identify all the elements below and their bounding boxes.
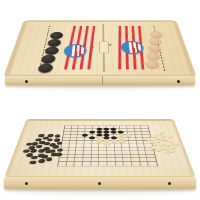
black-puck [41,55,57,64]
white-pile-stone [151,135,157,138]
screw-dot [177,80,180,83]
screw-dot [98,182,101,185]
black-pile-stone [46,158,53,162]
white-pile-stone [145,138,151,141]
black-pile-stone [38,159,45,163]
go-board-surface: ●●●●●●●●●●●●●●●●●●●●●●● [4,119,196,178]
white-pile-stone [155,139,161,142]
go-board: ●●●●●●●●●●●●●●●●●●●●●●● [4,119,196,178]
black-pile-stone [29,161,36,165]
grid-cell [107,162,115,166]
wood-puck [148,38,162,45]
product-photo: ●●●●●●●●●●●●●●●●●●●●●●● [0,0,200,200]
black-go-stone: ● [110,130,117,134]
go-grid: ●●●●●●●●●●●●●●●●●●●●●●● [57,126,158,167]
white-pile-stone [173,142,179,145]
wood-puck [145,60,160,68]
wood-puck [150,31,163,38]
black-pile-stone [55,134,61,137]
center-gate-slot [99,42,109,54]
grid-cell [99,162,107,166]
red-stripe [87,26,95,70]
white-pile-stone [151,146,157,149]
black-pile-stone [48,134,54,137]
go-front-rail [4,177,196,189]
black-pile-stone [31,142,38,145]
wood-puck [147,45,161,52]
black-pile-stone [38,149,45,152]
black-puck [44,47,59,55]
black-go-stone: ● [89,130,96,134]
wood-puck [146,52,161,60]
grid-cell [148,162,157,166]
black-go-stone: ● [89,136,96,140]
white-go-stone: ● [125,133,132,137]
white-pile-stone [167,135,173,138]
black-pile-stone [55,153,62,156]
screw-dot [25,80,28,83]
grid-cell [91,162,99,166]
white-go-stone: ● [96,139,103,143]
white-pile-stone [158,143,164,146]
white-go-stone: ● [103,142,110,146]
elastic-anchor-dot [109,44,112,46]
screw-dot [25,182,28,185]
white-pile-stone [149,140,155,143]
sling-puck-board [3,20,197,78]
black-pile-stone [23,149,30,152]
sling-puck-surface [3,20,197,78]
white-pile-stone [170,145,176,148]
white-pile-stone [159,131,165,134]
black-puck [37,63,53,72]
screw-dot [168,182,171,185]
black-puck [47,39,62,47]
black-pile-stone [30,149,37,152]
white-go-stone: ● [111,139,118,143]
black-go-stone: ● [82,133,89,137]
grid-cell [83,162,91,166]
fold-seam [102,76,103,85]
black-pile-stone [36,145,43,148]
black-puck [50,32,64,39]
sling-puck-front-rail [5,76,195,85]
white-go-stone: ● [118,139,125,143]
